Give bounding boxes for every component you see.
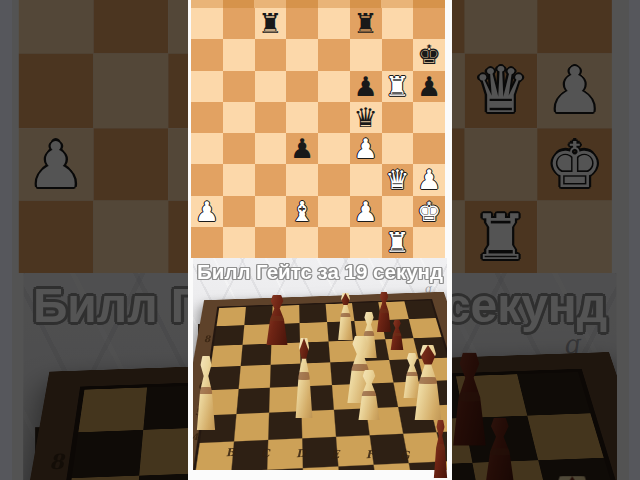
square-c2: [255, 196, 287, 227]
square-h5: [413, 102, 445, 133]
square-h4: [413, 133, 445, 164]
square-c5: [255, 102, 287, 133]
square-a2: ♟: [191, 196, 223, 227]
square-c6: [255, 71, 287, 102]
square-c3: [255, 164, 287, 195]
square-g4: [382, 133, 414, 164]
board-file-label-F: F: [366, 448, 374, 461]
square-a6: [191, 71, 223, 102]
square-d6: [286, 71, 318, 102]
piece-white-king-h2: ♚: [417, 198, 441, 225]
square-b7: [223, 39, 255, 70]
square-c8: ♜: [255, 8, 287, 39]
square-a5: [191, 102, 223, 133]
square-e3: [318, 164, 350, 195]
board-file-label-C: C: [261, 447, 270, 460]
caption-text: Билл Гейтс за 19 секунд: [188, 260, 452, 284]
square-g6: ♜: [382, 71, 414, 102]
piece-black-rook-c8: ♜: [258, 10, 282, 37]
piece-white-bishop-d2: ♝: [290, 198, 314, 225]
square-g2: [382, 196, 414, 227]
square-f2: ♟: [350, 196, 382, 227]
square-d1: [286, 227, 318, 258]
chess-set-photo: g BCDEFG87654: [188, 258, 452, 470]
square-b3: [223, 164, 255, 195]
square-f3: [350, 164, 382, 195]
square-d8: [286, 8, 318, 39]
board-file-label-B: B: [226, 446, 236, 459]
square-f7: [350, 39, 382, 70]
square-f1: [350, 227, 382, 258]
square-b2: [223, 196, 255, 227]
board-file-label-G: G: [400, 449, 410, 462]
square-b8: [223, 8, 255, 39]
square-a3: [191, 164, 223, 195]
square-a4: [191, 133, 223, 164]
square-b1: [223, 227, 255, 258]
square-g5: [382, 102, 414, 133]
piece-black-queen-f5: ♛: [354, 104, 378, 131]
square-f6: ♟: [350, 71, 382, 102]
piece-black-pawn-d4: ♟: [290, 135, 314, 162]
square-c4: [255, 133, 287, 164]
square-b5: [223, 102, 255, 133]
square-c7: [255, 39, 287, 70]
video-canvas: ♜♜♚♟♜♟♛♟♟♛♟♟♝♟♚♜ Билл Гейтс за 19 секунд…: [0, 0, 640, 480]
square-h3: ♟: [413, 164, 445, 195]
square-e4: [318, 133, 350, 164]
square-g7: [382, 39, 414, 70]
square-h6: ♟: [413, 71, 445, 102]
square-d7: [286, 39, 318, 70]
square-e1: [318, 227, 350, 258]
square-g1: ♜: [382, 227, 414, 258]
square-h2: ♚: [413, 196, 445, 227]
square-e8: [318, 8, 350, 39]
piece-white-pawn-h3: ♟: [417, 166, 441, 193]
board-rank-label-4: 4: [192, 432, 198, 442]
piece-black-king-h7: ♚: [417, 41, 441, 68]
square-g3: ♛: [382, 164, 414, 195]
wall-background: g: [193, 258, 447, 470]
piece-white-rook-g6: ♜: [385, 73, 409, 100]
square-a1: [191, 227, 223, 258]
square-b4: [223, 133, 255, 164]
square-e2: [318, 196, 350, 227]
square-e5: [318, 102, 350, 133]
square-g8: [382, 8, 414, 39]
square-f5: ♛: [350, 102, 382, 133]
square-e7: [318, 39, 350, 70]
piece-white-rook-g1: ♜: [385, 229, 409, 256]
square-d5: [286, 102, 318, 133]
piece-black-pawn-f6: ♟: [354, 73, 378, 100]
board-file-label-D: D: [296, 447, 306, 460]
piece-white-queen-g3: ♛: [385, 166, 409, 193]
square-a7: [191, 39, 223, 70]
chess-diagram-board: ♜♜♚♟♜♟♛♟♟♛♟♟♝♟♚♜: [191, 8, 445, 258]
board-file-label-E: E: [331, 448, 340, 461]
square-a8: [191, 8, 223, 39]
board-rank-label-8: 8: [204, 334, 210, 344]
square-f8: ♜: [350, 8, 382, 39]
piece-white-pawn-f2: ♟: [354, 198, 378, 225]
piece-black-rook-f8: ♜: [354, 10, 378, 37]
video-frame: ♜♜♚♟♜♟♛♟♟♛♟♟♝♟♚♜ Билл Гейтс за 19 секунд…: [188, 0, 452, 480]
piece-black-pawn-h6: ♟: [417, 73, 441, 100]
square-h8: [413, 8, 445, 39]
square-d2: ♝: [286, 196, 318, 227]
square-d3: [286, 164, 318, 195]
square-d4: ♟: [286, 133, 318, 164]
square-h7: ♚: [413, 39, 445, 70]
square-h1: [413, 227, 445, 258]
piece-white-pawn-f4: ♟: [354, 135, 378, 162]
piece-white-pawn-a2: ♟: [195, 198, 219, 225]
diagram-top-crop-sliver: [191, 0, 445, 8]
square-e6: [318, 71, 350, 102]
square-f4: ♟: [350, 133, 382, 164]
square-c1: [255, 227, 287, 258]
square-b6: [223, 71, 255, 102]
